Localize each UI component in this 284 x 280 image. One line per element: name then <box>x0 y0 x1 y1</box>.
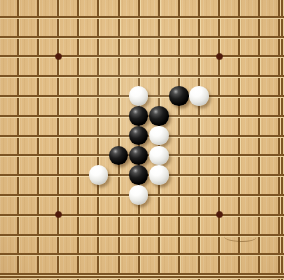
black-stone <box>129 165 149 185</box>
intersections-grid <box>0 0 284 280</box>
star-point <box>216 53 223 60</box>
white-stone <box>189 86 209 106</box>
black-stone <box>149 106 169 126</box>
white-stone <box>129 185 149 205</box>
white-stone <box>129 86 149 106</box>
white-stone <box>149 146 169 166</box>
black-stone <box>129 126 149 146</box>
white-stone <box>89 165 109 185</box>
star-point <box>55 53 62 60</box>
white-stone <box>149 126 169 146</box>
black-stone <box>129 106 149 126</box>
black-stone <box>109 146 129 166</box>
black-stone <box>129 146 149 166</box>
white-stone <box>149 165 169 185</box>
black-stone <box>169 86 189 106</box>
star-point <box>55 211 62 218</box>
star-point <box>216 211 223 218</box>
gomoku-board[interactable] <box>0 0 284 280</box>
